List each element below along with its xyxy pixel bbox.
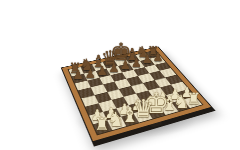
chess-set-product-photo: ♜♞♝♟♚♟♛♟♝♟♞♟♜♟♟♟♟♟♟♜♟♞♟♝♟♚♟♛♟♝♞♜	[0, 0, 240, 150]
